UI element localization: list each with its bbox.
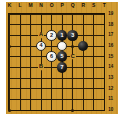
row-label-10: 10 bbox=[108, 108, 113, 113]
row-label-18: 18 bbox=[108, 22, 113, 27]
move-number-2: 2 bbox=[50, 33, 53, 39]
move-number-5: 5 bbox=[61, 54, 64, 60]
row-label-16: 16 bbox=[108, 44, 113, 49]
marker-C: C bbox=[70, 54, 76, 60]
column-label-L: L bbox=[18, 3, 21, 8]
stone-white-O15: 6 bbox=[46, 51, 56, 61]
star-point bbox=[8, 109, 11, 112]
row-label-12: 12 bbox=[108, 86, 113, 91]
column-label-N: N bbox=[39, 3, 43, 8]
go-board: KLMNOPQRST191817161514131211102134657ABC bbox=[6, 2, 118, 114]
page: KLMNOPQRST191817161514131211102134657ABC bbox=[0, 0, 120, 120]
marker-A: A bbox=[38, 33, 44, 39]
column-label-K: K bbox=[8, 3, 12, 8]
column-label-O: O bbox=[50, 3, 54, 8]
move-number-6: 6 bbox=[50, 54, 53, 60]
column-label-R: R bbox=[81, 3, 85, 8]
column-label-T: T bbox=[103, 3, 106, 8]
star-point bbox=[8, 45, 11, 48]
stone-black-P17: 1 bbox=[57, 30, 67, 40]
board-frame bbox=[8, 13, 105, 111]
stone-black-Q17: 3 bbox=[67, 30, 77, 40]
column-label-P: P bbox=[60, 3, 63, 8]
row-label-11: 11 bbox=[108, 97, 113, 102]
row-label-15: 15 bbox=[108, 54, 113, 59]
column-label-Q: Q bbox=[71, 3, 75, 8]
row-label-14: 14 bbox=[108, 65, 113, 70]
stone-black-P14: 7 bbox=[57, 62, 67, 72]
column-label-S: S bbox=[92, 3, 95, 8]
stone-white-O17: 2 bbox=[46, 30, 56, 40]
row-label-13: 13 bbox=[108, 76, 113, 81]
column-label-M: M bbox=[28, 3, 32, 8]
move-number-4: 4 bbox=[40, 43, 43, 49]
star-point bbox=[71, 45, 74, 48]
marker-B: B bbox=[38, 65, 44, 71]
move-number-1: 1 bbox=[61, 33, 64, 39]
move-number-7: 7 bbox=[61, 65, 64, 71]
row-label-17: 17 bbox=[108, 33, 113, 38]
star-point bbox=[71, 109, 74, 112]
move-number-3: 3 bbox=[71, 33, 74, 39]
row-label-19: 19 bbox=[108, 12, 113, 17]
